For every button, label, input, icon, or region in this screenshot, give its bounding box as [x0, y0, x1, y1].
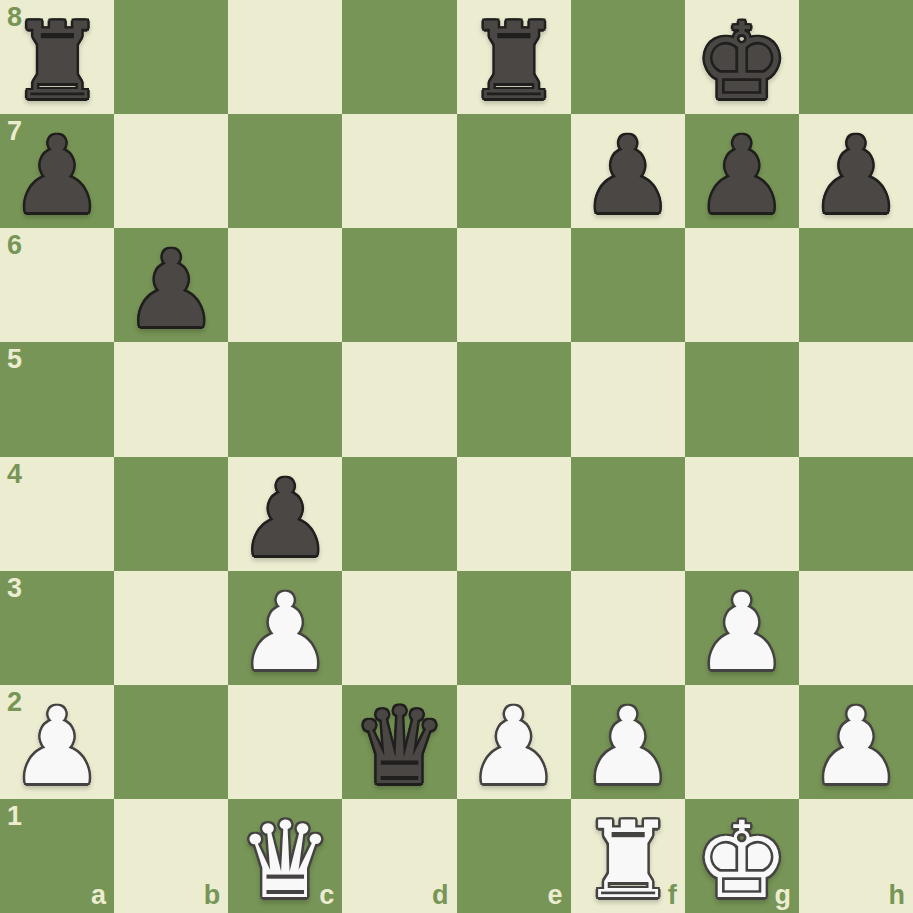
- rank-label-3: 3: [7, 575, 22, 602]
- square-c8[interactable]: [228, 0, 342, 114]
- square-b7[interactable]: [114, 114, 228, 228]
- square-d8[interactable]: [342, 0, 456, 114]
- square-d1[interactable]: d: [342, 799, 456, 913]
- square-d6[interactable]: [342, 228, 456, 342]
- square-b6[interactable]: ♟: [114, 228, 228, 342]
- square-e3[interactable]: [457, 571, 571, 685]
- square-c4[interactable]: ♟: [228, 457, 342, 571]
- square-d4[interactable]: [342, 457, 456, 571]
- square-c5[interactable]: [228, 342, 342, 456]
- square-c6[interactable]: [228, 228, 342, 342]
- square-f7[interactable]: ♟: [571, 114, 685, 228]
- square-g7[interactable]: ♟: [685, 114, 799, 228]
- square-b5[interactable]: [114, 342, 228, 456]
- square-a6[interactable]: 6: [0, 228, 114, 342]
- piece-black-pawn[interactable]: ♟: [238, 466, 333, 572]
- chess-board: 8♜♜♚7♟♟♟♟6♟54♟3♟♟2♟♛♟♟♟1abc♛def♜g♚h: [0, 0, 913, 913]
- piece-white-rook[interactable]: ♜: [580, 808, 675, 913]
- square-h5[interactable]: [799, 342, 913, 456]
- piece-black-king[interactable]: ♚: [694, 9, 789, 115]
- square-d3[interactable]: [342, 571, 456, 685]
- piece-black-pawn[interactable]: ♟: [580, 123, 675, 229]
- square-g2[interactable]: [685, 685, 799, 799]
- square-a3[interactable]: 3: [0, 571, 114, 685]
- file-label-d: d: [432, 882, 449, 909]
- square-f4[interactable]: [571, 457, 685, 571]
- square-c1[interactable]: c♛: [228, 799, 342, 913]
- square-b4[interactable]: [114, 457, 228, 571]
- square-b2[interactable]: [114, 685, 228, 799]
- square-f8[interactable]: [571, 0, 685, 114]
- square-a7[interactable]: 7♟: [0, 114, 114, 228]
- piece-black-pawn[interactable]: ♟: [694, 123, 789, 229]
- square-g8[interactable]: ♚: [685, 0, 799, 114]
- square-h4[interactable]: [799, 457, 913, 571]
- square-b1[interactable]: b: [114, 799, 228, 913]
- square-e1[interactable]: e: [457, 799, 571, 913]
- piece-black-pawn[interactable]: ♟: [124, 237, 219, 343]
- piece-white-pawn[interactable]: ♟: [580, 694, 675, 800]
- square-f6[interactable]: [571, 228, 685, 342]
- square-a4[interactable]: 4: [0, 457, 114, 571]
- file-label-b: b: [204, 882, 221, 909]
- piece-black-pawn[interactable]: ♟: [808, 123, 903, 229]
- square-g4[interactable]: [685, 457, 799, 571]
- file-label-e: e: [548, 882, 563, 909]
- piece-black-queen[interactable]: ♛: [352, 694, 447, 800]
- square-e8[interactable]: ♜: [457, 0, 571, 114]
- rank-label-6: 6: [7, 232, 22, 259]
- piece-white-pawn[interactable]: ♟: [694, 580, 789, 686]
- square-f5[interactable]: [571, 342, 685, 456]
- square-d2[interactable]: ♛: [342, 685, 456, 799]
- file-label-a: a: [91, 882, 106, 909]
- square-a2[interactable]: 2♟: [0, 685, 114, 799]
- chess-board-wrap: 8♜♜♚7♟♟♟♟6♟54♟3♟♟2♟♛♟♟♟1abc♛def♜g♚h: [0, 0, 913, 913]
- square-e7[interactable]: [457, 114, 571, 228]
- square-e4[interactable]: [457, 457, 571, 571]
- piece-black-rook[interactable]: ♜: [466, 9, 561, 115]
- square-h8[interactable]: [799, 0, 913, 114]
- square-h2[interactable]: ♟: [799, 685, 913, 799]
- square-c2[interactable]: [228, 685, 342, 799]
- square-f2[interactable]: ♟: [571, 685, 685, 799]
- square-f1[interactable]: f♜: [571, 799, 685, 913]
- square-h1[interactable]: h: [799, 799, 913, 913]
- square-d5[interactable]: [342, 342, 456, 456]
- square-f3[interactable]: [571, 571, 685, 685]
- piece-white-pawn[interactable]: ♟: [10, 694, 105, 800]
- piece-white-pawn[interactable]: ♟: [466, 694, 561, 800]
- square-e5[interactable]: [457, 342, 571, 456]
- piece-white-king[interactable]: ♚: [694, 808, 789, 913]
- square-a1[interactable]: 1a: [0, 799, 114, 913]
- square-a8[interactable]: 8♜: [0, 0, 114, 114]
- piece-black-rook[interactable]: ♜: [10, 9, 105, 115]
- file-label-h: h: [889, 882, 906, 909]
- rank-label-5: 5: [7, 346, 22, 373]
- piece-white-pawn[interactable]: ♟: [238, 580, 333, 686]
- square-g1[interactable]: g♚: [685, 799, 799, 913]
- square-b8[interactable]: [114, 0, 228, 114]
- square-b3[interactable]: [114, 571, 228, 685]
- square-a5[interactable]: 5: [0, 342, 114, 456]
- square-h3[interactable]: [799, 571, 913, 685]
- rank-label-1: 1: [7, 803, 22, 830]
- square-g6[interactable]: [685, 228, 799, 342]
- square-c7[interactable]: [228, 114, 342, 228]
- square-h6[interactable]: [799, 228, 913, 342]
- square-e6[interactable]: [457, 228, 571, 342]
- piece-white-queen[interactable]: ♛: [238, 808, 333, 913]
- square-g5[interactable]: [685, 342, 799, 456]
- square-e2[interactable]: ♟: [457, 685, 571, 799]
- square-c3[interactable]: ♟: [228, 571, 342, 685]
- square-g3[interactable]: ♟: [685, 571, 799, 685]
- rank-label-4: 4: [7, 461, 22, 488]
- square-d7[interactable]: [342, 114, 456, 228]
- piece-black-pawn[interactable]: ♟: [10, 123, 105, 229]
- piece-white-pawn[interactable]: ♟: [808, 694, 903, 800]
- square-h7[interactable]: ♟: [799, 114, 913, 228]
